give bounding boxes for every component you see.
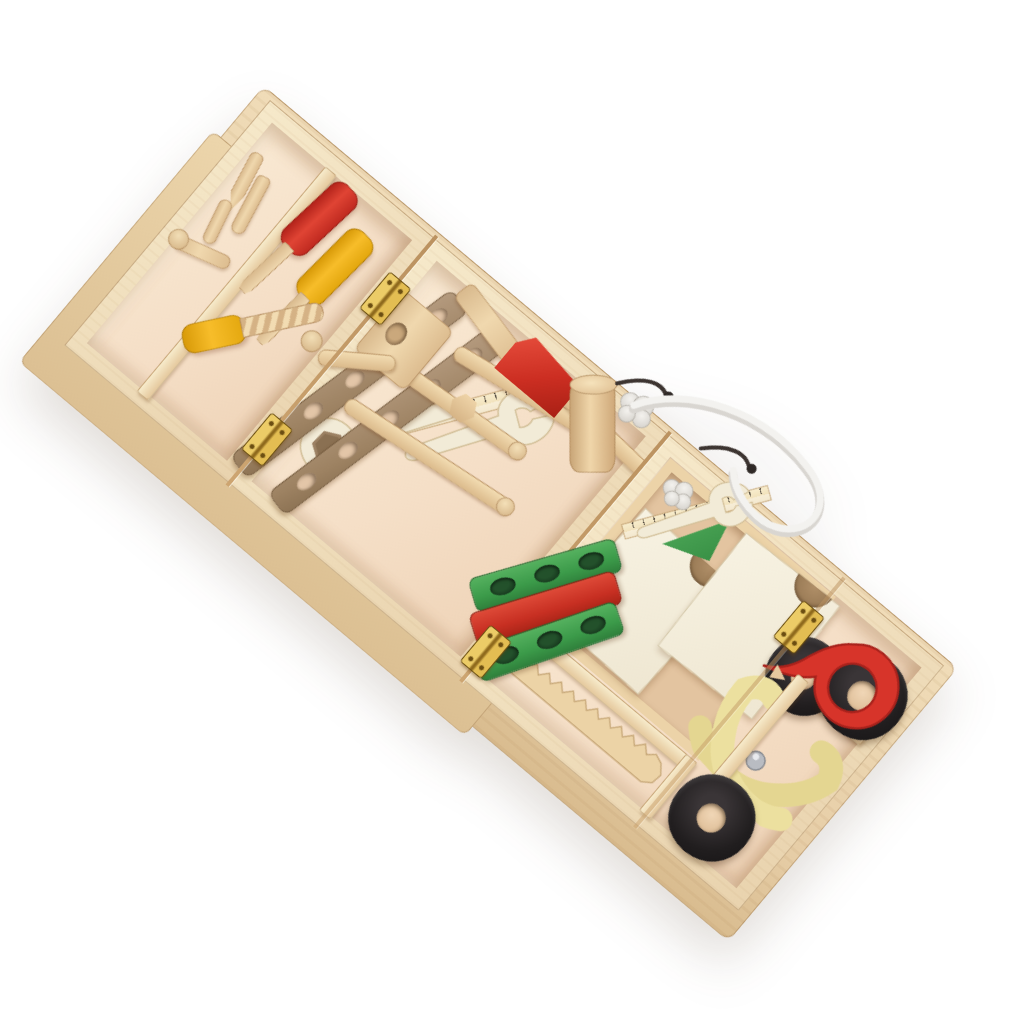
nut-bar-hole — [576, 549, 606, 573]
rail-hole — [342, 367, 369, 392]
photo-canvas: 1 2 3 4 — [0, 0, 1024, 1024]
nut-bar-hole — [578, 613, 608, 638]
nut-bar-hole — [535, 628, 565, 653]
toolbox: 1 2 3 4 — [64, 100, 944, 911]
vise-hole — [381, 318, 412, 349]
ring-hole — [691, 798, 732, 839]
rail-hole — [293, 469, 320, 494]
nut-bar-hole — [488, 575, 518, 599]
nut-bar-hole — [532, 562, 562, 586]
rail-hole — [300, 398, 327, 423]
rail-hole — [335, 438, 362, 463]
